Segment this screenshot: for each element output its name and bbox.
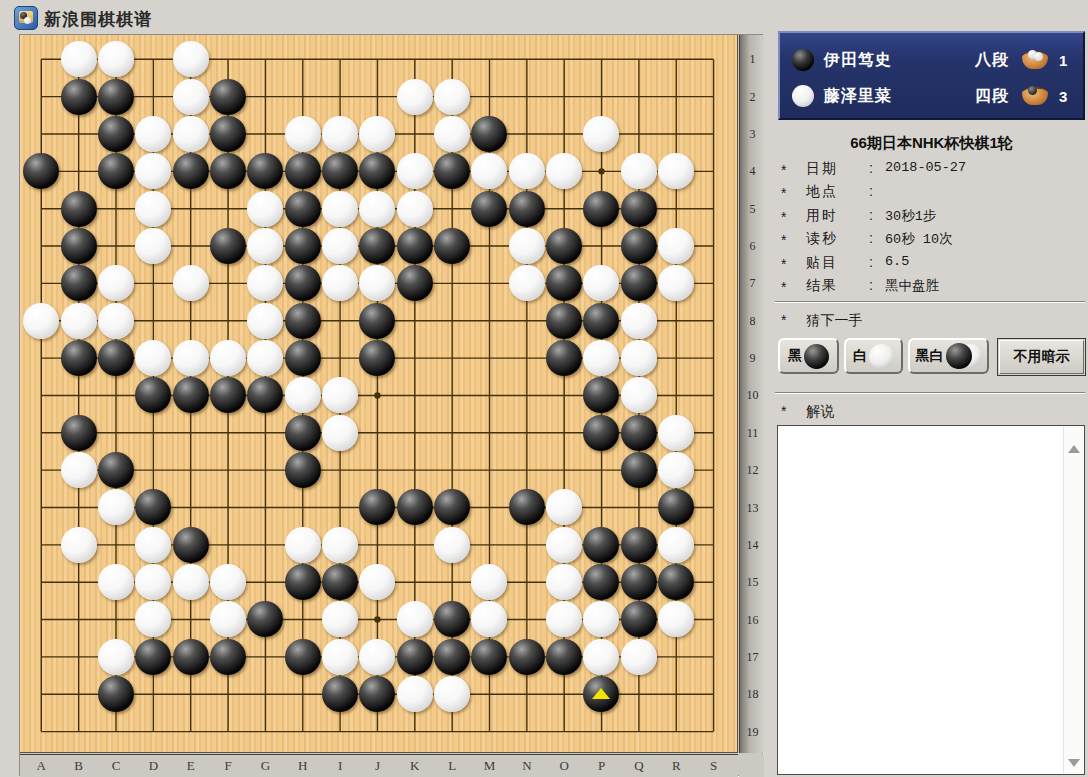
white-stone bbox=[210, 340, 246, 376]
board-point-L14[interactable] bbox=[433, 526, 470, 563]
white-stone bbox=[397, 601, 433, 637]
board-point-D9[interactable] bbox=[135, 339, 172, 376]
board-point-H5[interactable] bbox=[284, 190, 321, 227]
commentary-textarea[interactable] bbox=[777, 425, 1085, 775]
board-point-B7[interactable] bbox=[60, 265, 97, 302]
commentary-scrollbar[interactable] bbox=[1063, 427, 1083, 773]
board-point-I3[interactable] bbox=[321, 115, 358, 152]
board-point-H7[interactable] bbox=[284, 265, 321, 302]
board-point-B9[interactable] bbox=[60, 339, 97, 376]
board-point-I14[interactable] bbox=[321, 526, 358, 563]
board-point-F6[interactable] bbox=[209, 227, 246, 264]
white-stone bbox=[135, 116, 171, 152]
black-stone bbox=[135, 377, 171, 413]
board-point-C2[interactable] bbox=[97, 78, 134, 115]
board-point-H17[interactable] bbox=[284, 638, 321, 675]
board-point-K5[interactable] bbox=[396, 190, 433, 227]
board-point-H14[interactable] bbox=[284, 526, 321, 563]
label-corner bbox=[739, 754, 764, 777]
board-point-D14[interactable] bbox=[135, 526, 172, 563]
board-point-M4[interactable] bbox=[471, 153, 508, 190]
white-stone bbox=[359, 564, 395, 600]
board-point-R16[interactable] bbox=[657, 601, 694, 638]
stone-grid[interactable] bbox=[23, 41, 733, 751]
board-point-C9[interactable] bbox=[97, 339, 134, 376]
board-point-C13[interactable] bbox=[97, 489, 134, 526]
white-stone bbox=[322, 228, 358, 264]
board-point-E14[interactable] bbox=[172, 526, 209, 563]
info-value: 6.5 bbox=[885, 254, 909, 269]
board-point-C8[interactable] bbox=[97, 302, 134, 339]
board-point-E7[interactable] bbox=[172, 265, 209, 302]
white-stone bbox=[135, 564, 171, 600]
player-white-row: 藤泽里菜 四段 3 bbox=[792, 81, 1077, 111]
board-point-J17[interactable] bbox=[359, 638, 396, 675]
board-point-B8[interactable] bbox=[60, 302, 97, 339]
board-point-Q12[interactable] bbox=[620, 451, 657, 488]
black-stone bbox=[509, 489, 545, 525]
board-point-G16[interactable] bbox=[247, 601, 284, 638]
board-point-J9[interactable] bbox=[359, 339, 396, 376]
board-point-G7[interactable] bbox=[247, 265, 284, 302]
app-title: 新浪围棋棋谱 bbox=[44, 8, 152, 31]
board-point-B11[interactable] bbox=[60, 414, 97, 451]
black-player-rank: 八段 bbox=[975, 50, 1009, 71]
board-point-D4[interactable] bbox=[135, 153, 172, 190]
board-point-N17[interactable] bbox=[508, 638, 545, 675]
board-point-K17[interactable] bbox=[396, 638, 433, 675]
col-label-E: E bbox=[181, 758, 201, 774]
board-point-R6[interactable] bbox=[657, 227, 694, 264]
board-point-P18[interactable] bbox=[583, 675, 620, 712]
board-point-L18[interactable] bbox=[433, 675, 470, 712]
board-point-E1[interactable] bbox=[172, 41, 209, 78]
info-label: 用时 bbox=[806, 207, 838, 225]
board-point-I5[interactable] bbox=[321, 190, 358, 227]
white-stone bbox=[583, 116, 619, 152]
board-point-O13[interactable] bbox=[545, 489, 582, 526]
board-point-F15[interactable] bbox=[209, 563, 246, 600]
board-point-R12[interactable] bbox=[657, 451, 694, 488]
white-stone bbox=[434, 116, 470, 152]
info-line-3: *读秒:60秒 10次 bbox=[781, 229, 1081, 252]
board-point-L2[interactable] bbox=[433, 78, 470, 115]
board-point-K4[interactable] bbox=[396, 153, 433, 190]
board-point-I4[interactable] bbox=[321, 153, 358, 190]
board-point-F3[interactable] bbox=[209, 115, 246, 152]
board-point-P16[interactable] bbox=[583, 601, 620, 638]
board-point-D6[interactable] bbox=[135, 227, 172, 264]
row-label-19: 19 bbox=[740, 725, 765, 740]
board-point-O14[interactable] bbox=[545, 526, 582, 563]
board-point-D17[interactable] bbox=[135, 638, 172, 675]
black-stone bbox=[546, 340, 582, 376]
info-line-4: *贴目:6.5 bbox=[781, 253, 1081, 276]
board-point-I11[interactable] bbox=[321, 414, 358, 451]
board-point-L13[interactable] bbox=[433, 489, 470, 526]
row-label-11: 11 bbox=[740, 426, 765, 441]
board-point-C12[interactable] bbox=[97, 451, 134, 488]
board-point-D3[interactable] bbox=[135, 115, 172, 152]
row-label-12: 12 bbox=[740, 463, 765, 478]
board-point-L6[interactable] bbox=[433, 227, 470, 264]
board-point-B12[interactable] bbox=[60, 451, 97, 488]
board-point-N6[interactable] bbox=[508, 227, 545, 264]
col-label-B: B bbox=[69, 758, 89, 774]
info-line-2: *用时:30秒1步 bbox=[781, 206, 1081, 229]
board-point-B14[interactable] bbox=[60, 526, 97, 563]
row-label-15: 15 bbox=[740, 575, 765, 590]
divider bbox=[775, 392, 1085, 394]
board-point-H3[interactable] bbox=[284, 115, 321, 152]
board-point-J3[interactable] bbox=[359, 115, 396, 152]
board-point-C3[interactable] bbox=[97, 115, 134, 152]
col-label-P: P bbox=[592, 758, 612, 774]
app-icon bbox=[14, 6, 38, 30]
black-stone bbox=[285, 452, 321, 488]
column-labels: ABCDEFGHIJKLMNOPQRS bbox=[20, 754, 738, 777]
board-point-P14[interactable] bbox=[583, 526, 620, 563]
black-stone-icon bbox=[792, 49, 814, 71]
board-point-O8[interactable] bbox=[545, 302, 582, 339]
black-stone bbox=[583, 676, 619, 712]
black-stone bbox=[359, 340, 395, 376]
board-point-O16[interactable] bbox=[545, 601, 582, 638]
board-point-N4[interactable] bbox=[508, 153, 545, 190]
white-stone bbox=[173, 265, 209, 301]
board-point-J15[interactable] bbox=[359, 563, 396, 600]
board-point-O15[interactable] bbox=[545, 563, 582, 600]
info-line-1: *地点: bbox=[781, 182, 1081, 205]
black-stone bbox=[471, 639, 507, 675]
white-stone bbox=[434, 527, 470, 563]
white-stone bbox=[397, 153, 433, 189]
info-label: 结果 bbox=[806, 277, 838, 295]
guess-buttons: 黑 白 黑白 不用暗示 bbox=[778, 338, 1088, 376]
row-label-8: 8 bbox=[740, 314, 765, 329]
board-point-A4[interactable] bbox=[23, 153, 60, 190]
board-point-P8[interactable] bbox=[583, 302, 620, 339]
board-point-N7[interactable] bbox=[508, 265, 545, 302]
black-stone bbox=[434, 489, 470, 525]
row-label-1: 1 bbox=[740, 52, 765, 67]
board-point-H4[interactable] bbox=[284, 153, 321, 190]
white-stone bbox=[322, 415, 358, 451]
board-point-C17[interactable] bbox=[97, 638, 134, 675]
board-point-H15[interactable] bbox=[284, 563, 321, 600]
white-stone bbox=[546, 564, 582, 600]
board-point-Q7[interactable] bbox=[620, 265, 657, 302]
board-point-I7[interactable] bbox=[321, 265, 358, 302]
board-point-H9[interactable] bbox=[284, 339, 321, 376]
info-value: 2018-05-27 bbox=[885, 160, 966, 175]
row-label-9: 9 bbox=[740, 351, 765, 366]
no-hint-button-focus-frame: 不用暗示 bbox=[997, 338, 1086, 376]
board-point-P7[interactable] bbox=[583, 265, 620, 302]
scroll-down-icon[interactable] bbox=[1068, 759, 1080, 767]
white-stone bbox=[135, 601, 171, 637]
board-point-R13[interactable] bbox=[657, 489, 694, 526]
black-stone bbox=[546, 265, 582, 301]
black-stone bbox=[23, 153, 59, 189]
board-point-H10[interactable] bbox=[284, 377, 321, 414]
guess-white-button[interactable]: 白 bbox=[844, 338, 903, 374]
board-point-L17[interactable] bbox=[433, 638, 470, 675]
black-white-stones-icon bbox=[944, 343, 982, 369]
board-point-R4[interactable] bbox=[657, 153, 694, 190]
white-stone bbox=[359, 639, 395, 675]
board-point-Q11[interactable] bbox=[620, 414, 657, 451]
board-point-B2[interactable] bbox=[60, 78, 97, 115]
board-point-Q6[interactable] bbox=[620, 227, 657, 264]
white-stone bbox=[135, 191, 171, 227]
black-stone bbox=[359, 489, 395, 525]
board-point-M15[interactable] bbox=[471, 563, 508, 600]
row-label-7: 7 bbox=[740, 276, 765, 291]
board-point-J6[interactable] bbox=[359, 227, 396, 264]
black-stone bbox=[509, 639, 545, 675]
white-stone bbox=[247, 228, 283, 264]
white-stone bbox=[247, 265, 283, 301]
board-point-P15[interactable] bbox=[583, 563, 620, 600]
board-point-I15[interactable] bbox=[321, 563, 358, 600]
col-label-D: D bbox=[143, 758, 163, 774]
board-point-L4[interactable] bbox=[433, 153, 470, 190]
board-point-F16[interactable] bbox=[209, 601, 246, 638]
board-point-L16[interactable] bbox=[433, 601, 470, 638]
board-point-E3[interactable] bbox=[172, 115, 209, 152]
white-stone bbox=[98, 639, 134, 675]
board-point-P3[interactable] bbox=[583, 115, 620, 152]
board-point-R15[interactable] bbox=[657, 563, 694, 600]
board-point-O4[interactable] bbox=[545, 153, 582, 190]
board-point-J13[interactable] bbox=[359, 489, 396, 526]
board-point-E9[interactable] bbox=[172, 339, 209, 376]
board-point-G6[interactable] bbox=[247, 227, 284, 264]
board-point-C15[interactable] bbox=[97, 563, 134, 600]
board-point-G9[interactable] bbox=[247, 339, 284, 376]
board-point-H11[interactable] bbox=[284, 414, 321, 451]
board-point-O9[interactable] bbox=[545, 339, 582, 376]
black-stone bbox=[210, 377, 246, 413]
black-stone bbox=[434, 228, 470, 264]
board-point-E15[interactable] bbox=[172, 563, 209, 600]
board-point-N13[interactable] bbox=[508, 489, 545, 526]
players-header: 伊田笃史 八段 1 藤泽里菜 四段 3 bbox=[778, 31, 1085, 120]
board-point-E17[interactable] bbox=[172, 638, 209, 675]
black-stone bbox=[285, 153, 321, 189]
black-stone bbox=[61, 265, 97, 301]
board-point-D16[interactable] bbox=[135, 601, 172, 638]
guess-both-button[interactable]: 黑白 bbox=[908, 338, 989, 374]
black-stone bbox=[98, 452, 134, 488]
white-stone bbox=[210, 564, 246, 600]
captured-bowl-icon bbox=[1021, 49, 1049, 71]
board-point-H8[interactable] bbox=[284, 302, 321, 339]
board-point-Q8[interactable] bbox=[620, 302, 657, 339]
board-point-F4[interactable] bbox=[209, 153, 246, 190]
board-point-I17[interactable] bbox=[321, 638, 358, 675]
board-point-Q5[interactable] bbox=[620, 190, 657, 227]
board-point-D13[interactable] bbox=[135, 489, 172, 526]
board-point-H12[interactable] bbox=[284, 451, 321, 488]
black-stone bbox=[98, 340, 134, 376]
board-point-G10[interactable] bbox=[247, 377, 284, 414]
board-point-P17[interactable] bbox=[583, 638, 620, 675]
board-point-O6[interactable] bbox=[545, 227, 582, 264]
black-stone bbox=[621, 527, 657, 563]
board-point-P11[interactable] bbox=[583, 414, 620, 451]
board-point-M16[interactable] bbox=[471, 601, 508, 638]
board-point-I10[interactable] bbox=[321, 377, 358, 414]
white-stone bbox=[98, 265, 134, 301]
col-label-L: L bbox=[442, 758, 462, 774]
white-stone bbox=[322, 527, 358, 563]
board-point-B6[interactable] bbox=[60, 227, 97, 264]
board-point-M17[interactable] bbox=[471, 638, 508, 675]
board-point-D15[interactable] bbox=[135, 563, 172, 600]
board-point-J4[interactable] bbox=[359, 153, 396, 190]
black-stone bbox=[285, 340, 321, 376]
row-label-16: 16 bbox=[740, 613, 765, 628]
white-stone bbox=[658, 601, 694, 637]
board-point-H6[interactable] bbox=[284, 227, 321, 264]
white-stone bbox=[359, 265, 395, 301]
board-point-Q4[interactable] bbox=[620, 153, 657, 190]
board-point-C1[interactable] bbox=[97, 41, 134, 78]
black-stone bbox=[658, 564, 694, 600]
board-point-K6[interactable] bbox=[396, 227, 433, 264]
board-point-E10[interactable] bbox=[172, 377, 209, 414]
board-point-F2[interactable] bbox=[209, 78, 246, 115]
black-stone bbox=[210, 228, 246, 264]
board-point-M3[interactable] bbox=[471, 115, 508, 152]
board-point-C4[interactable] bbox=[97, 153, 134, 190]
board-point-A8[interactable] bbox=[23, 302, 60, 339]
white-stone-icon bbox=[869, 344, 894, 369]
black-stone bbox=[434, 639, 470, 675]
black-stone bbox=[583, 527, 619, 563]
board-point-I16[interactable] bbox=[321, 601, 358, 638]
black-stone bbox=[61, 79, 97, 115]
white-stone bbox=[247, 191, 283, 227]
board-point-P10[interactable] bbox=[583, 377, 620, 414]
black-stone bbox=[359, 676, 395, 712]
board-point-M5[interactable] bbox=[471, 190, 508, 227]
side-panel: 伊田笃史 八段 1 藤泽里菜 四段 3 66期日本NHK杯快棋1轮 *日期:20… bbox=[775, 28, 1088, 777]
row-label-2: 2 bbox=[740, 90, 765, 105]
board-point-L3[interactable] bbox=[433, 115, 470, 152]
board-point-C18[interactable] bbox=[97, 675, 134, 712]
white-stone bbox=[322, 639, 358, 675]
scroll-up-icon[interactable] bbox=[1068, 445, 1080, 453]
black-stone bbox=[322, 153, 358, 189]
board-point-F10[interactable] bbox=[209, 377, 246, 414]
white-stone bbox=[658, 265, 694, 301]
board-point-C7[interactable] bbox=[97, 265, 134, 302]
black-stone bbox=[583, 415, 619, 451]
white-stone bbox=[359, 191, 395, 227]
board-point-G4[interactable] bbox=[247, 153, 284, 190]
info-label: 地点 bbox=[806, 183, 838, 201]
white-stone bbox=[621, 639, 657, 675]
board-point-K13[interactable] bbox=[396, 489, 433, 526]
board-point-K18[interactable] bbox=[396, 675, 433, 712]
row-label-17: 17 bbox=[740, 650, 765, 665]
board-point-F17[interactable] bbox=[209, 638, 246, 675]
guess-black-button[interactable]: 黑 bbox=[778, 338, 839, 374]
board-point-J18[interactable] bbox=[359, 675, 396, 712]
board-point-K2[interactable] bbox=[396, 78, 433, 115]
board-point-O7[interactable] bbox=[545, 265, 582, 302]
black-stone bbox=[546, 228, 582, 264]
col-label-H: H bbox=[293, 758, 313, 774]
board-point-Q14[interactable] bbox=[620, 526, 657, 563]
black-stone bbox=[583, 564, 619, 600]
white-stone bbox=[322, 191, 358, 227]
row-labels: 12345678910111213141516171819 bbox=[739, 35, 764, 753]
board-point-F9[interactable] bbox=[209, 339, 246, 376]
white-stone bbox=[434, 676, 470, 712]
board-point-I18[interactable] bbox=[321, 675, 358, 712]
board-point-K16[interactable] bbox=[396, 601, 433, 638]
board-point-O17[interactable] bbox=[545, 638, 582, 675]
board-point-Q9[interactable] bbox=[620, 339, 657, 376]
board-point-E4[interactable] bbox=[172, 153, 209, 190]
white-stone bbox=[61, 452, 97, 488]
black-stone bbox=[285, 639, 321, 675]
board-point-I6[interactable] bbox=[321, 227, 358, 264]
board-point-Q15[interactable] bbox=[620, 563, 657, 600]
board-point-D5[interactable] bbox=[135, 190, 172, 227]
last-move-triangle-marker bbox=[592, 688, 610, 699]
white-stone bbox=[658, 452, 694, 488]
board-point-N5[interactable] bbox=[508, 190, 545, 227]
board-point-J7[interactable] bbox=[359, 265, 396, 302]
black-stone bbox=[471, 116, 507, 152]
white-stone bbox=[546, 601, 582, 637]
info-label: 读秒 bbox=[806, 230, 838, 248]
black-stone bbox=[135, 489, 171, 525]
no-hint-button[interactable]: 不用暗示 bbox=[999, 340, 1084, 374]
board-point-R7[interactable] bbox=[657, 265, 694, 302]
board-point-B1[interactable] bbox=[60, 41, 97, 78]
board-point-P5[interactable] bbox=[583, 190, 620, 227]
board-point-Q16[interactable] bbox=[620, 601, 657, 638]
white-stone bbox=[61, 303, 97, 339]
white-stone bbox=[658, 228, 694, 264]
board-point-B5[interactable] bbox=[60, 190, 97, 227]
board-point-E2[interactable] bbox=[172, 78, 209, 115]
board-point-R11[interactable] bbox=[657, 414, 694, 451]
board-point-R14[interactable] bbox=[657, 526, 694, 563]
board-point-G5[interactable] bbox=[247, 190, 284, 227]
board-point-D10[interactable] bbox=[135, 377, 172, 414]
board-point-Q10[interactable] bbox=[620, 377, 657, 414]
black-stone bbox=[210, 116, 246, 152]
game-info-list: *日期:2018-05-27*地点:*用时:30秒1步*读秒:60秒 10次*贴… bbox=[781, 159, 1081, 299]
board-point-P9[interactable] bbox=[583, 339, 620, 376]
board-point-J8[interactable] bbox=[359, 302, 396, 339]
board-point-K7[interactable] bbox=[396, 265, 433, 302]
col-label-R: R bbox=[666, 758, 686, 774]
white-stone bbox=[173, 116, 209, 152]
black-player-name: 伊田笃史 bbox=[824, 50, 892, 71]
board-point-Q17[interactable] bbox=[620, 638, 657, 675]
board-point-J5[interactable] bbox=[359, 190, 396, 227]
board-point-G8[interactable] bbox=[247, 302, 284, 339]
go-board[interactable] bbox=[20, 35, 738, 753]
